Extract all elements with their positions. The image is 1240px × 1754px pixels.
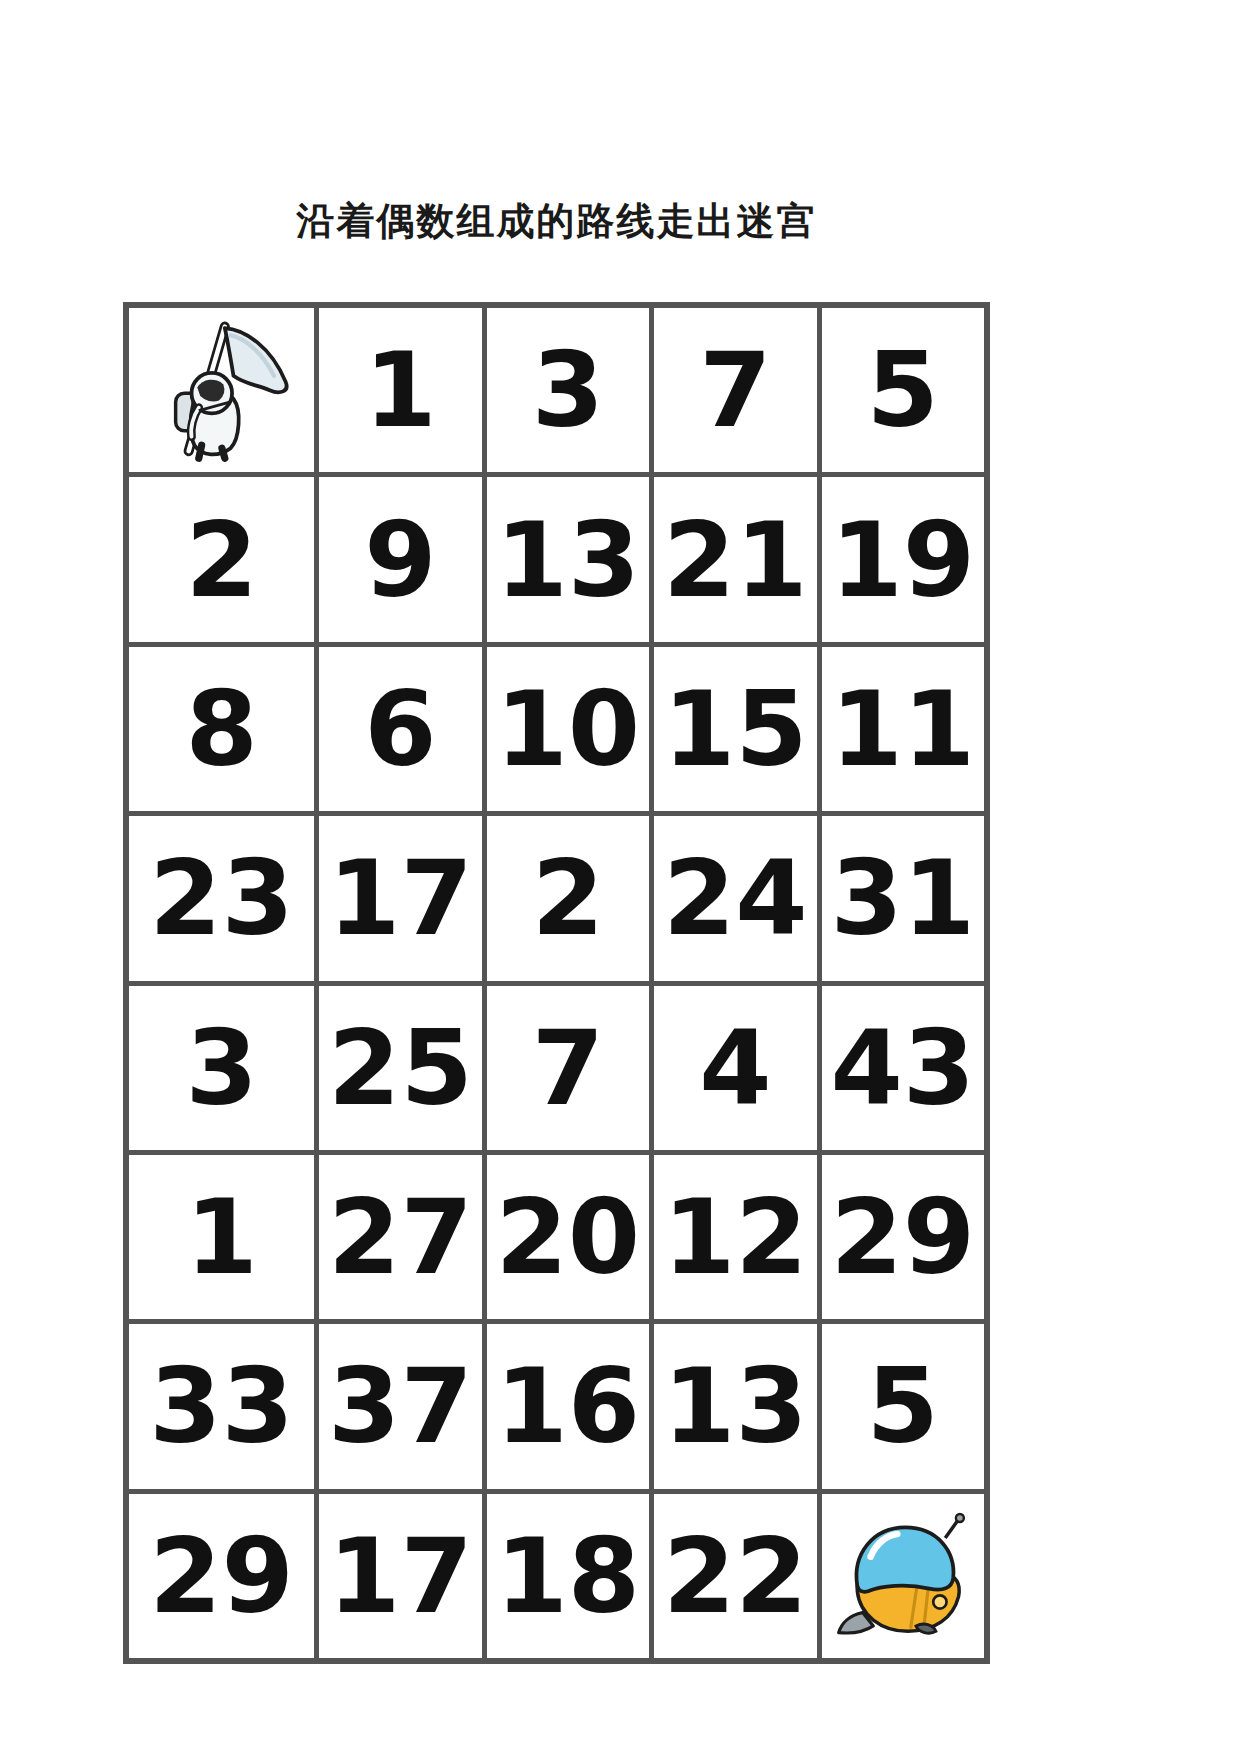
grid-cell-r8c2: 17 bbox=[319, 1494, 481, 1658]
worksheet-page: 沿着偶数组成的路线走出迷宫 bbox=[0, 0, 1240, 1754]
grid-cell-r6c2: 27 bbox=[319, 1155, 481, 1319]
grid-cell-r2c1: 2 bbox=[129, 477, 314, 641]
grid-cell-r4c2: 17 bbox=[319, 816, 481, 980]
grid-cell-r5c4: 4 bbox=[654, 986, 816, 1150]
grid-cell-r1c2: 1 bbox=[319, 308, 481, 472]
grid-cell-r5c1: 3 bbox=[129, 986, 314, 1150]
grid-cell-r2c4: 21 bbox=[654, 477, 816, 641]
grid-cell-r7c4: 13 bbox=[654, 1324, 816, 1488]
spaceship-goal-icon bbox=[836, 1503, 969, 1648]
grid-cell-r3c2: 6 bbox=[319, 647, 481, 811]
grid-cell-r2c3: 13 bbox=[487, 477, 649, 641]
grid-cell-r6c1: 1 bbox=[129, 1155, 314, 1319]
grid-cell-r7c1: 33 bbox=[129, 1324, 314, 1488]
number-maze-board: 1375291321198610151123172243132574431272… bbox=[123, 302, 990, 1664]
astronaut-start-icon bbox=[146, 318, 298, 463]
grid-cell-r1c4: 7 bbox=[654, 308, 816, 472]
grid-cell-r3c1: 8 bbox=[129, 647, 314, 811]
grid-cell-r8c4: 22 bbox=[654, 1494, 816, 1658]
grid-cell-r2c2: 9 bbox=[319, 477, 481, 641]
grid-cell-r7c5: 5 bbox=[822, 1324, 984, 1488]
grid-cell-r6c4: 12 bbox=[654, 1155, 816, 1319]
page-title: 沿着偶数组成的路线走出迷宫 bbox=[123, 196, 990, 247]
grid-cell-r5c3: 7 bbox=[487, 986, 649, 1150]
grid-cell-r6c5: 29 bbox=[822, 1155, 984, 1319]
grid-cell-r8c3: 18 bbox=[487, 1494, 649, 1658]
grid-cell-r1c5: 5 bbox=[822, 308, 984, 472]
grid-cell-r3c5: 11 bbox=[822, 647, 984, 811]
grid-cell-r4c5: 31 bbox=[822, 816, 984, 980]
grid-cell-r4c1: 23 bbox=[129, 816, 314, 980]
grid-cell-r3c4: 15 bbox=[654, 647, 816, 811]
grid-cell-r4c3: 2 bbox=[487, 816, 649, 980]
grid-cell-r7c2: 37 bbox=[319, 1324, 481, 1488]
grid-cell-r7c3: 16 bbox=[487, 1324, 649, 1488]
grid-cell-r8c1: 29 bbox=[129, 1494, 314, 1658]
grid-cell-r6c3: 20 bbox=[487, 1155, 649, 1319]
grid-cell-r2c5: 19 bbox=[822, 477, 984, 641]
grid-cell-r3c3: 10 bbox=[487, 647, 649, 811]
grid-cell-r1c3: 3 bbox=[487, 308, 649, 472]
grid-cell-r1c1 bbox=[129, 308, 314, 472]
grid-cell-r8c5 bbox=[822, 1494, 984, 1658]
grid-cell-r5c2: 25 bbox=[319, 986, 481, 1150]
grid-cell-r5c5: 43 bbox=[822, 986, 984, 1150]
grid-cell-r4c4: 24 bbox=[654, 816, 816, 980]
